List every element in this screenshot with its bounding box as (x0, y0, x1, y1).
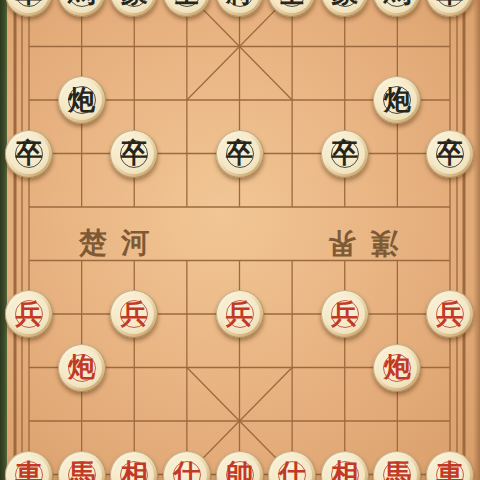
piece-character: 卒 (437, 139, 464, 166)
piece-character: 馬 (384, 460, 411, 480)
piece-character: 士 (173, 0, 200, 6)
piece-character: 兵 (121, 300, 148, 327)
piece-face: 相 (325, 455, 365, 480)
piece-face: 炮 (62, 348, 102, 388)
piece-face: 象 (325, 0, 365, 13)
piece-black-卒[interactable]: 卒 (321, 130, 369, 178)
piece-face: 兵 (325, 294, 365, 334)
piece-face: 士 (167, 0, 207, 13)
piece-face: 馬 (62, 0, 102, 13)
piece-face: 馬 (377, 0, 417, 13)
piece-face: 車 (430, 0, 470, 13)
piece-character: 炮 (384, 86, 411, 113)
piece-face: 炮 (377, 348, 417, 388)
piece-red-炮[interactable]: 炮 (373, 344, 421, 392)
piece-face: 兵 (114, 294, 154, 334)
piece-red-兵[interactable]: 兵 (216, 290, 264, 338)
piece-character: 將 (226, 0, 253, 6)
piece-character: 馬 (68, 0, 95, 6)
piece-red-兵[interactable]: 兵 (321, 290, 369, 338)
piece-black-卒[interactable]: 卒 (110, 130, 158, 178)
piece-character: 卒 (121, 139, 148, 166)
piece-black-炮[interactable]: 炮 (373, 76, 421, 124)
piece-face: 相 (114, 455, 154, 480)
piece-character: 象 (331, 0, 358, 6)
piece-character: 仕 (279, 460, 306, 480)
piece-character: 卒 (331, 139, 358, 166)
piece-face: 馬 (62, 455, 102, 480)
piece-character: 卒 (16, 139, 43, 166)
piece-character: 車 (16, 460, 43, 480)
river-label-han-jie: 漢界 (314, 224, 398, 262)
piece-face: 炮 (62, 80, 102, 120)
piece-character: 兵 (16, 300, 43, 327)
piece-black-炮[interactable]: 炮 (58, 76, 106, 124)
piece-character: 卒 (226, 139, 253, 166)
piece-face: 兵 (430, 294, 470, 334)
river-label-chu-he: 楚河 (79, 224, 163, 262)
piece-face: 車 (9, 455, 49, 480)
piece-face: 卒 (114, 134, 154, 174)
piece-face: 象 (114, 0, 154, 13)
piece-face: 炮 (377, 80, 417, 120)
board-grid-lines (0, 0, 480, 480)
piece-character: 士 (279, 0, 306, 6)
piece-face: 卒 (325, 134, 365, 174)
piece-red-炮[interactable]: 炮 (58, 344, 106, 392)
piece-character: 相 (331, 460, 358, 480)
piece-face: 兵 (220, 294, 260, 334)
piece-face: 仕 (167, 455, 207, 480)
piece-character: 帥 (226, 460, 253, 480)
piece-face: 馬 (377, 455, 417, 480)
piece-character: 象 (121, 0, 148, 6)
piece-character: 兵 (437, 300, 464, 327)
piece-face: 將 (220, 0, 260, 13)
piece-character: 車 (437, 0, 464, 6)
piece-character: 炮 (68, 86, 95, 113)
piece-character: 車 (16, 0, 43, 6)
piece-character: 車 (437, 460, 464, 480)
piece-character: 相 (121, 460, 148, 480)
piece-character: 兵 (331, 300, 358, 327)
xiangqi-board: 楚河 漢界 車馬象士將士象馬車炮炮卒卒卒卒卒兵兵兵兵兵炮炮車馬相仕帥仕相馬車 (0, 0, 480, 480)
piece-red-兵[interactable]: 兵 (426, 290, 474, 338)
piece-face: 車 (9, 0, 49, 13)
piece-face: 兵 (9, 294, 49, 334)
piece-character: 馬 (68, 460, 95, 480)
piece-face: 卒 (9, 134, 49, 174)
piece-red-兵[interactable]: 兵 (110, 290, 158, 338)
piece-face: 車 (430, 455, 470, 480)
piece-character: 馬 (384, 0, 411, 6)
piece-character: 仕 (173, 460, 200, 480)
piece-character: 炮 (384, 353, 411, 380)
piece-face: 士 (272, 0, 312, 13)
piece-black-卒[interactable]: 卒 (426, 130, 474, 178)
piece-face: 卒 (220, 134, 260, 174)
piece-face: 帥 (220, 455, 260, 480)
piece-face: 卒 (430, 134, 470, 174)
piece-black-卒[interactable]: 卒 (5, 130, 53, 178)
piece-red-兵[interactable]: 兵 (5, 290, 53, 338)
piece-character: 炮 (68, 353, 95, 380)
piece-black-卒[interactable]: 卒 (216, 130, 264, 178)
piece-character: 兵 (226, 300, 253, 327)
piece-face: 仕 (272, 455, 312, 480)
